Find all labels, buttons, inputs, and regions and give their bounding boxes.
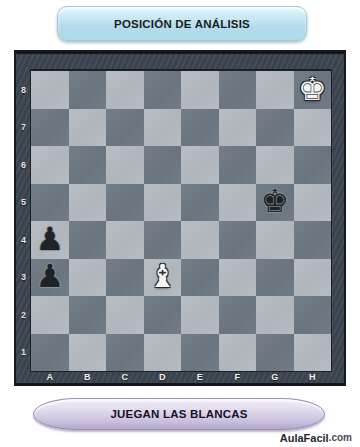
rank-label-1: 1: [16, 334, 31, 372]
square-d8: [144, 71, 182, 109]
black-pawn: ♟: [35, 260, 64, 292]
file-label-c: C: [106, 371, 144, 383]
square-e7: [181, 109, 219, 147]
rank-label-3: 3: [16, 259, 31, 297]
square-f2: [219, 296, 257, 334]
square-b7: [69, 109, 107, 147]
square-f8: [219, 71, 257, 109]
square-c7: [106, 109, 144, 147]
square-c1: [106, 334, 144, 372]
square-c2: [106, 296, 144, 334]
rank-label-5: 5: [16, 184, 31, 222]
file-label-e: E: [181, 371, 219, 383]
square-d7: [144, 109, 182, 147]
square-a4: ♟: [31, 221, 69, 259]
square-d2: [144, 296, 182, 334]
square-b2: [69, 296, 107, 334]
square-h1: [294, 334, 332, 372]
square-e5: [181, 184, 219, 222]
square-a3: ♟: [31, 259, 69, 297]
square-c3: [106, 259, 144, 297]
square-g8: [256, 71, 294, 109]
square-g1: [256, 334, 294, 372]
square-h2: [294, 296, 332, 334]
file-label-d: D: [144, 371, 182, 383]
site-credit: AulaFacil.com: [280, 430, 352, 445]
square-e3: [181, 259, 219, 297]
page: POSICIÓN DE ANÁLISIS 87654321 ABCDEFGH ♚…: [0, 0, 360, 447]
square-g6: [256, 146, 294, 184]
square-f6: [219, 146, 257, 184]
header-banner: POSICIÓN DE ANÁLISIS: [57, 6, 307, 41]
file-labels: ABCDEFGH: [31, 371, 331, 383]
square-h6: [294, 146, 332, 184]
square-d1: [144, 334, 182, 372]
rank-label-2: 2: [16, 296, 31, 334]
rank-label-6: 6: [16, 146, 31, 184]
square-b5: [69, 184, 107, 222]
square-a2: [31, 296, 69, 334]
square-e1: [181, 334, 219, 372]
square-h4: [294, 221, 332, 259]
square-c6: [106, 146, 144, 184]
white-king: ♚: [298, 73, 327, 105]
square-f3: [219, 259, 257, 297]
square-a7: [31, 109, 69, 147]
chess-board-frame: 87654321 ABCDEFGH ♚♚♟♟♝: [14, 50, 346, 386]
chess-board: ♚♚♟♟♝: [31, 71, 331, 371]
file-label-h: H: [294, 371, 332, 383]
square-c5: [106, 184, 144, 222]
square-a1: [31, 334, 69, 372]
square-c8: [106, 71, 144, 109]
square-b3: [69, 259, 107, 297]
square-g5: ♚: [256, 184, 294, 222]
file-label-a: A: [31, 371, 69, 383]
square-c4: [106, 221, 144, 259]
square-g4: [256, 221, 294, 259]
square-d5: [144, 184, 182, 222]
white-bishop: ♝: [148, 260, 177, 292]
black-pawn: ♟: [35, 223, 64, 255]
square-e4: [181, 221, 219, 259]
square-b8: [69, 71, 107, 109]
black-king: ♚: [260, 185, 289, 217]
header-title: POSICIÓN DE ANÁLISIS: [114, 18, 250, 30]
file-label-g: G: [256, 371, 294, 383]
footer-title: JUEGAN LAS BLANCAS: [110, 408, 247, 420]
square-d3: ♝: [144, 259, 182, 297]
square-h8: ♚: [294, 71, 332, 109]
rank-label-4: 4: [16, 221, 31, 259]
footer-banner: JUEGAN LAS BLANCAS: [33, 398, 325, 430]
rank-label-8: 8: [16, 71, 31, 109]
square-f7: [219, 109, 257, 147]
credit-suffix: .com: [329, 432, 352, 443]
credit-name: AulaFacil: [280, 432, 329, 444]
square-e6: [181, 146, 219, 184]
file-label-b: B: [69, 371, 107, 383]
square-f5: [219, 184, 257, 222]
square-b6: [69, 146, 107, 184]
square-g3: [256, 259, 294, 297]
square-e8: [181, 71, 219, 109]
square-a5: [31, 184, 69, 222]
square-h5: [294, 184, 332, 222]
square-g2: [256, 296, 294, 334]
rank-labels: 87654321: [16, 71, 31, 371]
square-d4: [144, 221, 182, 259]
square-b1: [69, 334, 107, 372]
square-f1: [219, 334, 257, 372]
square-h3: [294, 259, 332, 297]
square-b4: [69, 221, 107, 259]
file-label-f: F: [219, 371, 257, 383]
rank-label-7: 7: [16, 109, 31, 147]
square-h7: [294, 109, 332, 147]
square-f4: [219, 221, 257, 259]
square-e2: [181, 296, 219, 334]
square-a8: [31, 71, 69, 109]
square-a6: [31, 146, 69, 184]
square-g7: [256, 109, 294, 147]
square-d6: [144, 146, 182, 184]
